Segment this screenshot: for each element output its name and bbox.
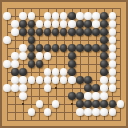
black-stone[interactable] <box>92 44 100 52</box>
white-stone[interactable] <box>109 76 117 84</box>
black-stone[interactable] <box>76 100 84 108</box>
black-stone[interactable] <box>109 100 117 108</box>
black-stone[interactable] <box>76 28 84 36</box>
white-stone[interactable] <box>3 36 11 44</box>
white-stone[interactable] <box>19 44 27 52</box>
white-stone[interactable] <box>109 68 117 76</box>
black-stone[interactable] <box>52 44 60 52</box>
black-stone[interactable] <box>36 28 44 36</box>
black-stone[interactable] <box>100 12 108 20</box>
white-stone[interactable] <box>68 76 76 84</box>
white-stone[interactable] <box>19 84 27 92</box>
black-stone[interactable] <box>100 36 108 44</box>
white-stone[interactable] <box>109 28 117 36</box>
white-stone[interactable] <box>92 12 100 20</box>
black-stone[interactable] <box>36 60 44 68</box>
black-stone[interactable] <box>68 44 76 52</box>
white-stone[interactable] <box>36 100 44 108</box>
black-stone[interactable] <box>76 20 84 28</box>
white-stone[interactable] <box>19 76 27 84</box>
black-stone[interactable] <box>92 100 100 108</box>
white-stone[interactable] <box>84 12 92 20</box>
black-stone[interactable] <box>19 68 27 76</box>
white-stone[interactable] <box>92 108 100 116</box>
white-stone[interactable] <box>68 20 76 28</box>
black-stone[interactable] <box>76 76 84 84</box>
black-stone[interactable] <box>84 44 92 52</box>
black-stone[interactable] <box>76 92 84 100</box>
star-point <box>22 103 24 105</box>
go-board[interactable] <box>0 0 128 128</box>
black-stone[interactable] <box>68 28 76 36</box>
white-stone[interactable] <box>76 108 84 116</box>
white-stone[interactable] <box>52 100 60 108</box>
black-stone[interactable] <box>28 36 36 44</box>
white-stone[interactable] <box>44 76 52 84</box>
white-stone[interactable] <box>28 12 36 20</box>
white-stone[interactable] <box>28 76 36 84</box>
white-stone[interactable] <box>52 68 60 76</box>
white-stone[interactable] <box>19 12 27 20</box>
black-stone[interactable] <box>92 84 100 92</box>
black-stone[interactable] <box>100 52 108 60</box>
white-stone[interactable] <box>100 84 108 92</box>
white-stone[interactable] <box>52 12 60 20</box>
white-stone[interactable] <box>11 76 19 84</box>
star-point <box>71 103 73 105</box>
white-stone[interactable] <box>109 12 117 20</box>
white-stone[interactable] <box>19 92 27 100</box>
black-stone[interactable] <box>100 68 108 76</box>
black-stone[interactable] <box>68 92 76 100</box>
white-stone[interactable] <box>11 60 19 68</box>
white-stone[interactable] <box>84 92 92 100</box>
white-stone[interactable] <box>109 108 117 116</box>
white-stone[interactable] <box>52 20 60 28</box>
black-stone[interactable] <box>28 20 36 28</box>
white-stone[interactable] <box>109 20 117 28</box>
black-stone[interactable] <box>100 44 108 52</box>
white-stone[interactable] <box>11 84 19 92</box>
white-stone[interactable] <box>3 12 11 20</box>
black-stone[interactable] <box>100 60 108 68</box>
white-stone[interactable] <box>84 108 92 116</box>
white-stone[interactable] <box>19 52 27 60</box>
white-stone[interactable] <box>44 84 52 92</box>
black-stone[interactable] <box>68 52 76 60</box>
white-stone[interactable] <box>109 52 117 60</box>
black-stone[interactable] <box>84 20 92 28</box>
black-stone[interactable] <box>100 100 108 108</box>
black-stone[interactable] <box>68 60 76 68</box>
black-stone[interactable] <box>100 20 108 28</box>
black-stone[interactable] <box>84 28 92 36</box>
white-stone[interactable] <box>100 76 108 84</box>
white-stone[interactable] <box>44 68 52 76</box>
white-stone[interactable] <box>52 76 60 84</box>
white-stone[interactable] <box>100 108 108 116</box>
white-stone[interactable] <box>11 28 19 36</box>
black-stone[interactable] <box>28 28 36 36</box>
white-stone[interactable] <box>36 76 44 84</box>
white-stone[interactable] <box>100 92 108 100</box>
black-stone[interactable] <box>19 28 27 36</box>
black-stone[interactable] <box>19 20 27 28</box>
black-stone[interactable] <box>84 76 92 84</box>
black-stone[interactable] <box>68 12 76 20</box>
white-stone[interactable] <box>92 92 100 100</box>
black-stone[interactable] <box>44 44 52 52</box>
white-stone[interactable] <box>109 36 117 44</box>
white-stone[interactable] <box>109 60 117 68</box>
black-stone[interactable] <box>52 28 60 36</box>
black-stone[interactable] <box>44 28 52 36</box>
black-stone[interactable] <box>76 44 84 52</box>
white-stone[interactable] <box>36 20 44 28</box>
black-stone[interactable] <box>28 44 36 52</box>
black-stone[interactable] <box>28 60 36 68</box>
black-stone[interactable] <box>36 44 44 52</box>
white-stone[interactable] <box>11 20 19 28</box>
black-stone[interactable] <box>28 52 36 60</box>
white-stone[interactable] <box>109 84 117 92</box>
white-stone[interactable] <box>117 100 125 108</box>
black-stone[interactable] <box>100 28 108 36</box>
white-stone[interactable] <box>44 52 52 60</box>
white-stone[interactable] <box>3 84 11 92</box>
white-stone[interactable] <box>109 44 117 52</box>
white-stone[interactable] <box>36 52 44 60</box>
black-stone[interactable] <box>68 68 76 76</box>
white-stone[interactable] <box>44 108 52 116</box>
black-stone[interactable] <box>84 100 92 108</box>
white-stone[interactable] <box>76 12 84 20</box>
white-stone[interactable] <box>92 20 100 28</box>
black-stone[interactable] <box>11 68 19 76</box>
white-stone[interactable] <box>44 20 52 28</box>
white-stone[interactable] <box>28 108 36 116</box>
white-stone[interactable] <box>44 12 52 20</box>
white-stone[interactable] <box>3 60 11 68</box>
star-point <box>55 87 57 89</box>
white-stone[interactable] <box>11 52 19 60</box>
black-stone[interactable] <box>92 28 100 36</box>
black-stone[interactable] <box>84 84 92 92</box>
